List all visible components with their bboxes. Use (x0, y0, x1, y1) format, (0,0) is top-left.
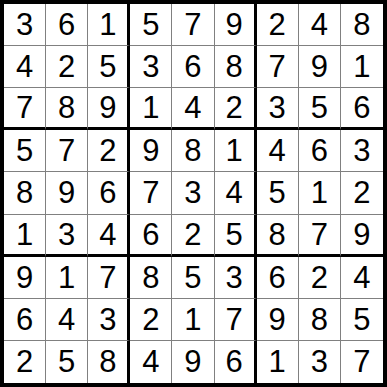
cell-r2c6[interactable]: 8 (215, 46, 257, 88)
cell-r2c5[interactable]: 6 (172, 46, 214, 88)
cell-r2c3[interactable]: 5 (88, 46, 130, 88)
cell-r2c7[interactable]: 7 (257, 46, 299, 88)
cell-r1c8[interactable]: 4 (299, 4, 341, 46)
cell-r9c2[interactable]: 5 (46, 341, 88, 383)
cell-r6c6[interactable]: 5 (215, 215, 257, 257)
cell-r2c8[interactable]: 9 (299, 46, 341, 88)
cell-r9c6[interactable]: 6 (215, 341, 257, 383)
cell-r2c1[interactable]: 4 (4, 46, 46, 88)
cell-r1c1[interactable]: 3 (4, 4, 46, 46)
cell-r8c1[interactable]: 6 (4, 299, 46, 341)
cell-r1c7[interactable]: 2 (257, 4, 299, 46)
cell-r6c7[interactable]: 8 (257, 215, 299, 257)
cell-r3c9[interactable]: 6 (341, 88, 383, 130)
cell-r9c7[interactable]: 1 (257, 341, 299, 383)
cell-r7c3[interactable]: 7 (88, 257, 130, 299)
cell-r5c9[interactable]: 2 (341, 172, 383, 214)
cell-r5c6[interactable]: 4 (215, 172, 257, 214)
cell-r4c6[interactable]: 1 (215, 130, 257, 172)
cell-r8c8[interactable]: 8 (299, 299, 341, 341)
cell-r3c4[interactable]: 1 (130, 88, 172, 130)
cell-r4c4[interactable]: 9 (130, 130, 172, 172)
cell-r7c5[interactable]: 5 (172, 257, 214, 299)
cell-r8c4[interactable]: 2 (130, 299, 172, 341)
cell-r4c9[interactable]: 3 (341, 130, 383, 172)
cell-r8c3[interactable]: 3 (88, 299, 130, 341)
cell-r4c5[interactable]: 8 (172, 130, 214, 172)
cell-r8c2[interactable]: 4 (46, 299, 88, 341)
cell-r4c8[interactable]: 6 (299, 130, 341, 172)
cell-r3c1[interactable]: 7 (4, 88, 46, 130)
cell-r3c8[interactable]: 5 (299, 88, 341, 130)
cell-r9c1[interactable]: 2 (4, 341, 46, 383)
cell-r8c6[interactable]: 7 (215, 299, 257, 341)
cell-r6c8[interactable]: 7 (299, 215, 341, 257)
cell-r9c5[interactable]: 9 (172, 341, 214, 383)
cell-r5c4[interactable]: 7 (130, 172, 172, 214)
cell-r3c2[interactable]: 8 (46, 88, 88, 130)
cell-r5c1[interactable]: 8 (4, 172, 46, 214)
cell-r1c6[interactable]: 9 (215, 4, 257, 46)
sudoku-board: 3615792484253687917891423565729814638967… (0, 0, 387, 387)
cell-r4c2[interactable]: 7 (46, 130, 88, 172)
cell-r6c4[interactable]: 6 (130, 215, 172, 257)
cell-r8c9[interactable]: 5 (341, 299, 383, 341)
cell-r5c5[interactable]: 3 (172, 172, 214, 214)
cell-r7c1[interactable]: 9 (4, 257, 46, 299)
cell-r6c3[interactable]: 4 (88, 215, 130, 257)
cell-r1c9[interactable]: 8 (341, 4, 383, 46)
cell-r2c9[interactable]: 1 (341, 46, 383, 88)
cell-r7c7[interactable]: 6 (257, 257, 299, 299)
cell-r3c6[interactable]: 2 (215, 88, 257, 130)
cell-r6c2[interactable]: 3 (46, 215, 88, 257)
cell-r7c8[interactable]: 2 (299, 257, 341, 299)
cell-r9c8[interactable]: 3 (299, 341, 341, 383)
cell-r1c3[interactable]: 1 (88, 4, 130, 46)
cell-r4c7[interactable]: 4 (257, 130, 299, 172)
cell-r7c6[interactable]: 3 (215, 257, 257, 299)
cell-r6c1[interactable]: 1 (4, 215, 46, 257)
cell-r1c5[interactable]: 7 (172, 4, 214, 46)
cell-r5c3[interactable]: 6 (88, 172, 130, 214)
cell-r7c4[interactable]: 8 (130, 257, 172, 299)
cell-r6c9[interactable]: 9 (341, 215, 383, 257)
cell-r6c5[interactable]: 2 (172, 215, 214, 257)
cell-r5c7[interactable]: 5 (257, 172, 299, 214)
cell-r4c3[interactable]: 2 (88, 130, 130, 172)
cell-r4c1[interactable]: 5 (4, 130, 46, 172)
cell-r9c4[interactable]: 4 (130, 341, 172, 383)
cell-r2c2[interactable]: 2 (46, 46, 88, 88)
cell-r7c9[interactable]: 4 (341, 257, 383, 299)
cell-r3c3[interactable]: 9 (88, 88, 130, 130)
cell-r9c3[interactable]: 8 (88, 341, 130, 383)
cell-r8c5[interactable]: 1 (172, 299, 214, 341)
cell-r2c4[interactable]: 3 (130, 46, 172, 88)
cell-r8c7[interactable]: 9 (257, 299, 299, 341)
cell-r3c5[interactable]: 4 (172, 88, 214, 130)
cell-r5c8[interactable]: 1 (299, 172, 341, 214)
cell-r1c4[interactable]: 5 (130, 4, 172, 46)
cell-r1c2[interactable]: 6 (46, 4, 88, 46)
cell-r9c9[interactable]: 7 (341, 341, 383, 383)
cell-r7c2[interactable]: 1 (46, 257, 88, 299)
cell-r5c2[interactable]: 9 (46, 172, 88, 214)
cell-r3c7[interactable]: 3 (257, 88, 299, 130)
